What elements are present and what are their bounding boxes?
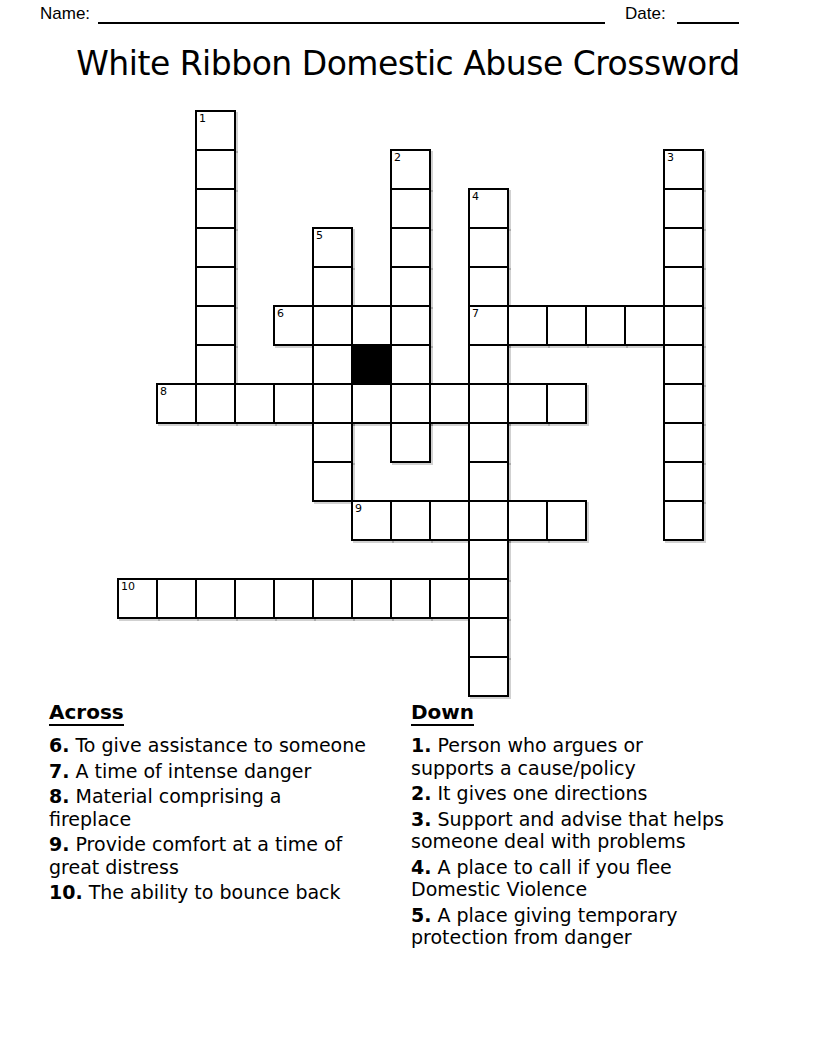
grid-cell[interactable]: 8	[156, 383, 197, 424]
grid-cell[interactable]	[390, 422, 431, 463]
grid-cell[interactable]	[624, 305, 665, 346]
grid-cell[interactable]	[663, 500, 704, 541]
grid-cell[interactable]	[546, 500, 587, 541]
page-title: White Ribbon Domestic Abuse Crossword	[0, 44, 816, 84]
grid-cell[interactable]	[351, 383, 392, 424]
clue-number-label: 4.	[411, 856, 431, 878]
across-clue-10: 10. The ability to bounce back	[49, 881, 384, 904]
grid-cell[interactable]	[468, 227, 509, 268]
grid-cell[interactable]	[234, 578, 275, 619]
grid-cell[interactable]	[390, 500, 431, 541]
clue-number: 4	[472, 191, 479, 203]
grid-cell[interactable]: 10	[117, 578, 158, 619]
crossword-grid: 12345678910	[117, 110, 704, 697]
clue-number-label: 3.	[411, 808, 431, 830]
grid-cell[interactable]	[663, 383, 704, 424]
down-clue-4: 4. A place to call if you fleeDomestic V…	[411, 856, 761, 901]
clue-number-label: 8.	[49, 785, 69, 807]
name-input-line[interactable]	[98, 22, 605, 24]
grid-cell[interactable]	[195, 266, 236, 307]
across-clue-8-line: fireplace	[49, 808, 384, 831]
grid-cell[interactable]: 3	[663, 149, 704, 190]
grid-cell[interactable]	[195, 149, 236, 190]
grid-cell[interactable]: 2	[390, 149, 431, 190]
clue-number: 9	[355, 503, 362, 515]
grid-cell[interactable]	[429, 500, 470, 541]
clue-number: 3	[667, 152, 674, 164]
grid-cell[interactable]	[351, 305, 392, 346]
grid-cell[interactable]	[468, 617, 509, 658]
grid-cell[interactable]	[234, 383, 275, 424]
down-clue-2-line: 2. It gives one directions	[411, 782, 761, 805]
down-clue-1-line: supports a cause/policy	[411, 757, 761, 780]
clue-number-label: 10.	[49, 881, 83, 903]
across-clue-9-line: great distress	[49, 856, 384, 879]
grid-cell[interactable]	[585, 305, 626, 346]
down-clue-4-line: Domestic Violence	[411, 878, 761, 901]
clue-number-label: 5.	[411, 904, 431, 926]
grid-cell[interactable]	[390, 383, 431, 424]
across-clue-8-line: 8. Material comprising a	[49, 785, 384, 808]
grid-cell[interactable]: 7	[468, 305, 509, 346]
clue-number-label: 1.	[411, 734, 431, 756]
grid-cell[interactable]: 6	[273, 305, 314, 346]
grid-cell[interactable]	[468, 461, 509, 502]
down-clue-1-line: 1. Person who argues or	[411, 734, 761, 757]
down-heading: Down	[411, 701, 474, 726]
grid-cell[interactable]	[390, 188, 431, 229]
grid-cell[interactable]	[195, 383, 236, 424]
grid-cell[interactable]	[195, 578, 236, 619]
down-clue-5: 5. A place giving temporaryprotection fr…	[411, 904, 761, 949]
grid-cell[interactable]	[351, 578, 392, 619]
grid-cell[interactable]: 5	[312, 227, 353, 268]
across-heading: Across	[49, 701, 124, 726]
clue-number: 2	[394, 152, 401, 164]
black-cell	[351, 344, 392, 385]
grid-cell[interactable]	[312, 344, 353, 385]
grid-cell[interactable]	[312, 578, 353, 619]
grid-cell[interactable]	[663, 227, 704, 268]
date-input-line[interactable]	[677, 22, 739, 24]
grid-cell[interactable]	[468, 500, 509, 541]
across-clue-7-line: 7. A time of intense danger	[49, 760, 384, 783]
grid-cell[interactable]	[312, 461, 353, 502]
clue-number-label: 2.	[411, 782, 431, 804]
clue-number: 6	[277, 308, 284, 320]
across-clue-8: 8. Material comprising afireplace	[49, 785, 384, 830]
down-clue-list: 1. Person who argues orsupports a cause/…	[411, 734, 761, 949]
grid-cell[interactable]: 9	[351, 500, 392, 541]
down-clue-3-line: 3. Support and advise that helps	[411, 808, 761, 831]
name-label: Name:	[40, 4, 90, 24]
grid-cell[interactable]	[429, 578, 470, 619]
grid-cell[interactable]	[312, 266, 353, 307]
grid-cell[interactable]	[390, 266, 431, 307]
across-clue-6-line: 6. To give assistance to someone	[49, 734, 384, 757]
down-clue-5-line: 5. A place giving temporary	[411, 904, 761, 927]
grid-cell[interactable]	[468, 539, 509, 580]
clue-number-label: 6.	[49, 734, 69, 756]
down-clue-5-line: protection from danger	[411, 926, 761, 949]
down-clue-3-line: someone deal with problems	[411, 830, 761, 853]
grid-cell[interactable]	[468, 656, 509, 697]
down-clue-3: 3. Support and advise that helpssomeone …	[411, 808, 761, 853]
across-clue-6: 6. To give assistance to someone	[49, 734, 384, 757]
grid-cell[interactable]	[546, 383, 587, 424]
grid-cell[interactable]	[507, 383, 548, 424]
grid-cell[interactable]	[468, 422, 509, 463]
clue-number-label: 9.	[49, 833, 69, 855]
grid-cell[interactable]	[663, 305, 704, 346]
grid-cell[interactable]	[312, 305, 353, 346]
grid-cell[interactable]	[663, 188, 704, 229]
grid-cell[interactable]	[429, 383, 470, 424]
grid-cell[interactable]	[468, 344, 509, 385]
grid-cell[interactable]	[663, 422, 704, 463]
across-clue-9-line: 9. Provide comfort at a time of	[49, 833, 384, 856]
clue-number: 5	[316, 230, 323, 242]
clue-number-label: 7.	[49, 760, 69, 782]
grid-cell[interactable]	[312, 383, 353, 424]
grid-cell[interactable]	[507, 500, 548, 541]
across-clues-section: Across 6. To give assistance to someone7…	[49, 701, 384, 907]
down-clue-1: 1. Person who argues orsupports a cause/…	[411, 734, 761, 779]
grid-cell[interactable]	[273, 578, 314, 619]
clue-number: 8	[160, 386, 167, 398]
across-clue-10-line: 10. The ability to bounce back	[49, 881, 384, 904]
grid-cell[interactable]	[663, 461, 704, 502]
down-clue-4-line: 4. A place to call if you flee	[411, 856, 761, 879]
grid-cell[interactable]	[273, 383, 314, 424]
grid-cell[interactable]	[663, 266, 704, 307]
clue-number: 10	[121, 581, 135, 593]
date-label: Date:	[625, 4, 666, 24]
across-clue-list: 6. To give assistance to someone7. A tim…	[49, 734, 384, 904]
clue-number: 7	[472, 308, 479, 320]
grid-cell[interactable]: 4	[468, 188, 509, 229]
clue-number: 1	[199, 113, 206, 125]
grid-cell[interactable]	[663, 344, 704, 385]
grid-cell[interactable]	[195, 227, 236, 268]
grid-cell[interactable]	[468, 578, 509, 619]
grid-cell[interactable]	[156, 578, 197, 619]
grid-cell[interactable]	[390, 344, 431, 385]
grid-cell[interactable]	[390, 305, 431, 346]
grid-cell[interactable]	[546, 305, 587, 346]
grid-cell[interactable]	[195, 344, 236, 385]
grid-cell[interactable]	[195, 305, 236, 346]
down-clues-section: Down 1. Person who argues orsupports a c…	[411, 701, 761, 952]
grid-cell[interactable]	[390, 227, 431, 268]
across-clue-9: 9. Provide comfort at a time ofgreat dis…	[49, 833, 384, 878]
down-clue-2: 2. It gives one directions	[411, 782, 761, 805]
grid-cell[interactable]: 1	[195, 110, 236, 151]
grid-cell[interactable]	[507, 305, 548, 346]
worksheet-page: Name: Date: White Ribbon Domestic Abuse …	[0, 0, 816, 1056]
grid-cell[interactable]	[468, 383, 509, 424]
grid-cell[interactable]	[390, 578, 431, 619]
grid-cell[interactable]	[195, 188, 236, 229]
across-clue-7: 7. A time of intense danger	[49, 760, 384, 783]
grid-cell[interactable]	[468, 266, 509, 307]
grid-cell[interactable]	[312, 422, 353, 463]
